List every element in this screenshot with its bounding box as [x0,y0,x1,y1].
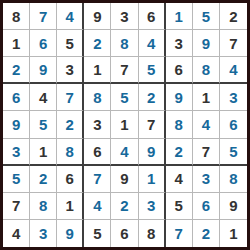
cell-r2c5[interactable]: 8 [111,30,138,57]
cell-r7c1[interactable]: 5 [3,166,30,193]
cell-r5c2[interactable]: 5 [30,111,57,138]
cell-r2c2[interactable]: 6 [30,30,57,57]
cell-r3c5[interactable]: 7 [111,57,138,84]
cell-r5c4[interactable]: 3 [84,111,111,138]
cell-r5c1[interactable]: 9 [3,111,30,138]
cell-r8c7[interactable]: 5 [166,193,193,220]
cell-r3c9[interactable]: 4 [220,57,247,84]
cell-r6c3[interactable]: 8 [57,139,84,166]
cell-r3c2[interactable]: 9 [30,57,57,84]
cell-r1c9[interactable]: 2 [220,3,247,30]
cell-r8c9[interactable]: 9 [220,193,247,220]
cell-r1c5[interactable]: 3 [111,3,138,30]
cell-r1c6[interactable]: 6 [139,3,166,30]
cell-r6c6[interactable]: 9 [139,139,166,166]
cell-r1c7[interactable]: 1 [166,3,193,30]
cell-r8c4[interactable]: 4 [84,193,111,220]
cell-r7c3[interactable]: 6 [57,166,84,193]
cell-r2c3[interactable]: 5 [57,30,84,57]
cell-r6c1[interactable]: 3 [3,139,30,166]
cell-r4c7[interactable]: 9 [166,84,193,111]
cell-r8c5[interactable]: 2 [111,193,138,220]
cell-r5c7[interactable]: 8 [166,111,193,138]
cell-r6c8[interactable]: 7 [193,139,220,166]
cell-r4c1[interactable]: 6 [3,84,30,111]
cell-r3c6[interactable]: 5 [139,57,166,84]
cell-r6c2[interactable]: 1 [30,139,57,166]
cell-r8c2[interactable]: 8 [30,193,57,220]
cell-r4c9[interactable]: 3 [220,84,247,111]
cell-r8c1[interactable]: 7 [3,193,30,220]
cell-r7c7[interactable]: 4 [166,166,193,193]
cell-r7c8[interactable]: 3 [193,166,220,193]
cell-r1c3[interactable]: 4 [57,3,84,30]
cell-r2c8[interactable]: 9 [193,30,220,57]
cell-r9c2[interactable]: 3 [30,220,57,247]
cell-r2c4[interactable]: 2 [84,30,111,57]
cell-r1c2[interactable]: 7 [30,3,57,30]
cell-r1c4[interactable]: 9 [84,3,111,30]
cell-r6c4[interactable]: 6 [84,139,111,166]
cell-r7c2[interactable]: 2 [30,166,57,193]
cell-r1c1[interactable]: 8 [3,3,30,30]
cell-r5c3[interactable]: 2 [57,111,84,138]
cell-r3c4[interactable]: 1 [84,57,111,84]
cell-r4c2[interactable]: 4 [30,84,57,111]
cell-r2c9[interactable]: 7 [220,30,247,57]
cell-r4c4[interactable]: 8 [84,84,111,111]
cell-r7c9[interactable]: 8 [220,166,247,193]
cell-r3c1[interactable]: 2 [3,57,30,84]
cell-r5c8[interactable]: 4 [193,111,220,138]
cell-r9c5[interactable]: 6 [111,220,138,247]
cell-r7c6[interactable]: 1 [139,166,166,193]
cell-r9c1[interactable]: 4 [3,220,30,247]
cell-r8c8[interactable]: 6 [193,193,220,220]
cell-r5c6[interactable]: 7 [139,111,166,138]
cell-r4c5[interactable]: 5 [111,84,138,111]
cell-r9c7[interactable]: 7 [166,220,193,247]
cell-r9c9[interactable]: 1 [220,220,247,247]
cell-r7c5[interactable]: 9 [111,166,138,193]
cell-r8c3[interactable]: 1 [57,193,84,220]
sudoku-board: 8749361521652843972931756846478529139523… [0,0,250,250]
cell-r4c6[interactable]: 2 [139,84,166,111]
cell-r6c7[interactable]: 2 [166,139,193,166]
cell-r4c3[interactable]: 7 [57,84,84,111]
cell-r9c6[interactable]: 8 [139,220,166,247]
cell-r9c8[interactable]: 2 [193,220,220,247]
cell-r8c6[interactable]: 3 [139,193,166,220]
cell-r9c3[interactable]: 9 [57,220,84,247]
cell-r2c1[interactable]: 1 [3,30,30,57]
cell-r3c7[interactable]: 6 [166,57,193,84]
cell-r2c6[interactable]: 4 [139,30,166,57]
cell-r2c7[interactable]: 3 [166,30,193,57]
cell-r6c5[interactable]: 4 [111,139,138,166]
cell-r3c8[interactable]: 8 [193,57,220,84]
cell-r9c4[interactable]: 5 [84,220,111,247]
cell-r5c9[interactable]: 6 [220,111,247,138]
cell-r6c9[interactable]: 5 [220,139,247,166]
cell-r5c5[interactable]: 1 [111,111,138,138]
cell-r1c8[interactable]: 5 [193,3,220,30]
cell-r4c8[interactable]: 1 [193,84,220,111]
cell-r7c4[interactable]: 7 [84,166,111,193]
cell-r3c3[interactable]: 3 [57,57,84,84]
